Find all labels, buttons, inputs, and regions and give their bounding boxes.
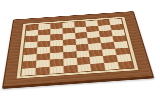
photo-background [0,0,160,97]
chessboard-3d-tilt [2,11,155,89]
board-frame [2,11,155,89]
square-r8c8[interactable] [118,61,134,69]
maple-border-strip [15,16,139,79]
square-r8c5[interactable] [77,64,92,72]
square-r8c4[interactable] [63,65,77,73]
square-r8c2[interactable] [35,67,49,75]
square-r8c1[interactable] [21,68,35,76]
square-r8c3[interactable] [49,66,63,74]
square-r8c6[interactable] [91,63,106,71]
board-grid [20,18,135,76]
chessboard [3,0,147,97]
square-r8c7[interactable] [104,62,119,70]
